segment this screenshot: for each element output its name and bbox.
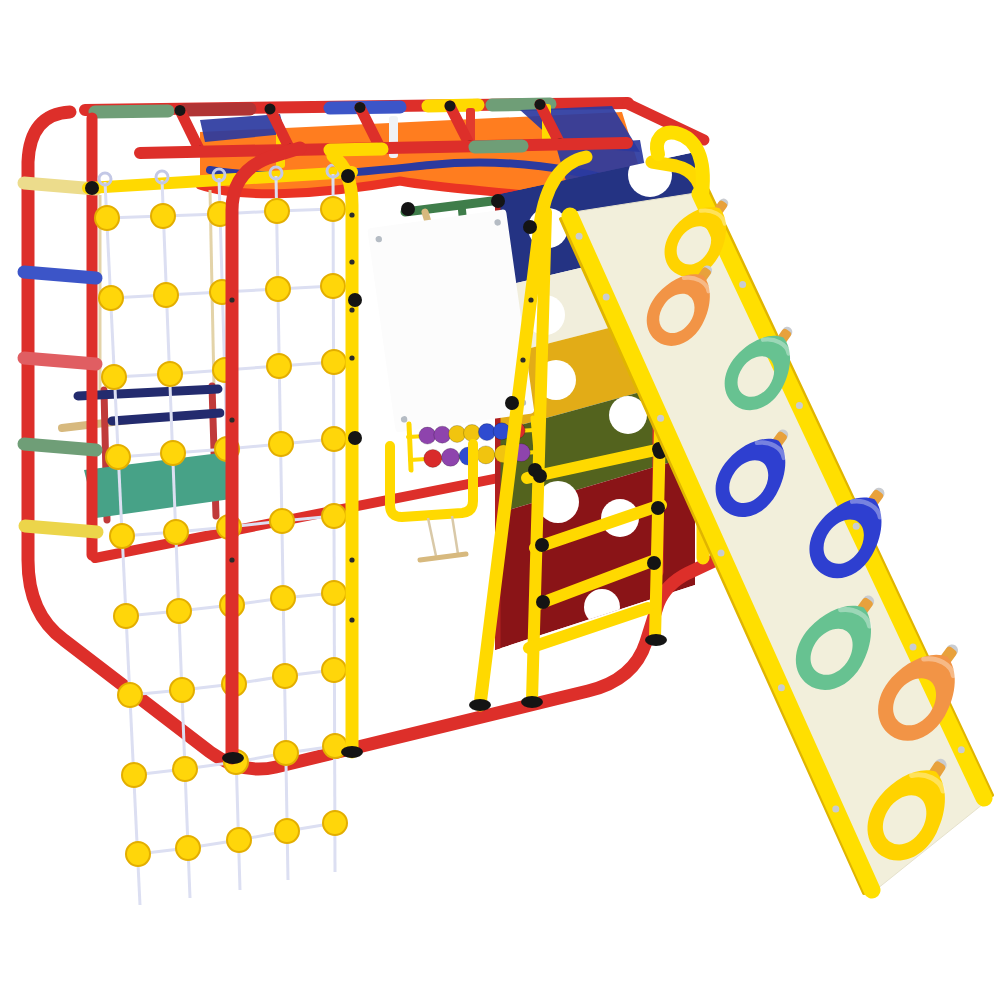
- net-bead: [322, 658, 346, 682]
- net-bead: [227, 828, 251, 852]
- ramp-screw: [958, 746, 965, 753]
- rail-sleeve: [330, 149, 382, 150]
- net-bead: [170, 678, 194, 702]
- ramp-screw: [778, 684, 785, 691]
- net-bead: [126, 842, 150, 866]
- ladder-rung: [24, 444, 96, 450]
- bolt-head: [520, 357, 525, 362]
- ramp-screw: [832, 806, 839, 813]
- foot-cap: [341, 746, 363, 758]
- ramp-screw: [657, 415, 664, 422]
- net-bead: [267, 354, 291, 378]
- net-bead: [151, 204, 175, 228]
- net-bead: [275, 819, 299, 843]
- ladder-rung: [24, 272, 96, 278]
- rail-sleeve: [185, 109, 250, 110]
- abacus-bead: [424, 449, 442, 467]
- net-bead: [154, 283, 178, 307]
- net-bead: [118, 683, 142, 707]
- foot-cap: [469, 699, 491, 711]
- net-bead: [158, 362, 182, 386]
- rail-sleeve: [475, 146, 522, 147]
- net-bead: [173, 757, 197, 781]
- bolt-head: [229, 417, 234, 422]
- bolt-head: [349, 355, 354, 360]
- bolt-head: [528, 297, 533, 302]
- ramp-screw: [739, 281, 746, 288]
- net-bead: [164, 520, 188, 544]
- abacus-frame-rod: [409, 424, 411, 470]
- foot-cap: [521, 696, 543, 708]
- bolt-head: [349, 212, 354, 217]
- clamp-knob: [647, 556, 661, 570]
- bar-clamp: [445, 100, 456, 111]
- play-gym-illustration: [0, 0, 1000, 1000]
- clamp-knob: [401, 202, 415, 216]
- clamp-knob: [533, 469, 547, 483]
- net-bead: [99, 286, 123, 310]
- foot-cap: [222, 752, 244, 764]
- abacus-bead: [442, 448, 460, 466]
- photo-stage: [0, 0, 1000, 1000]
- climbing-net: [95, 165, 347, 905]
- net-bead: [270, 509, 294, 533]
- net-bead: [322, 504, 346, 528]
- clamp-knob: [505, 396, 519, 410]
- bar-clamp: [535, 99, 546, 110]
- net-bead: [122, 763, 146, 787]
- net-bead: [322, 350, 346, 374]
- bolt-head: [349, 617, 354, 622]
- net-bead: [167, 599, 191, 623]
- ramp-screw: [910, 644, 917, 651]
- bolt-head: [229, 297, 234, 302]
- net-bead: [102, 365, 126, 389]
- net-bead: [106, 445, 130, 469]
- clamp-knob: [348, 293, 362, 307]
- ladder-rung: [25, 526, 97, 532]
- net-bead: [322, 427, 346, 451]
- net-bead: [269, 432, 293, 456]
- net-bead: [161, 441, 185, 465]
- clamp-knob: [491, 194, 505, 208]
- clamp-knob: [348, 431, 362, 445]
- clamp-knob: [523, 220, 537, 234]
- hanging-stick: [420, 554, 466, 560]
- bar-clamp: [355, 102, 366, 113]
- bolt-head: [349, 259, 354, 264]
- bolt-head: [349, 307, 354, 312]
- net-bead: [321, 197, 345, 221]
- interior-green-bar: [405, 200, 500, 212]
- net-bead: [114, 604, 138, 628]
- rail-sleeve: [95, 111, 168, 112]
- net-bead: [176, 836, 200, 860]
- ramp-screw: [853, 523, 860, 530]
- ramp-screw: [603, 293, 610, 300]
- abacus-bead: [477, 446, 495, 464]
- net-bead: [321, 274, 345, 298]
- monkey-bar: [180, 110, 200, 151]
- hanging-rope: [452, 516, 458, 554]
- bar-clamp: [265, 103, 276, 114]
- net-bead: [274, 741, 298, 765]
- swing-back-bar: [112, 413, 220, 421]
- clamp-knob: [536, 595, 550, 609]
- net-bead: [271, 586, 295, 610]
- ramp-screw: [718, 550, 725, 557]
- bolt-head: [229, 557, 234, 562]
- clamp-knob: [651, 501, 665, 515]
- clamp-knob: [341, 169, 355, 183]
- net-bead: [110, 524, 134, 548]
- net-bead: [266, 277, 290, 301]
- bolt-head: [349, 557, 354, 562]
- clamp-knob: [535, 538, 549, 552]
- hanging-rope: [428, 518, 436, 556]
- bar-clamp: [175, 105, 186, 116]
- net-bead: [265, 199, 289, 223]
- net-bead: [322, 581, 346, 605]
- foot-cap: [645, 634, 667, 646]
- ramp-screw: [796, 402, 803, 409]
- net-bead: [323, 811, 347, 835]
- ramp-screw: [576, 233, 583, 240]
- clamp-knob: [85, 181, 99, 195]
- ladder-rung: [24, 358, 96, 364]
- net-bead: [273, 664, 297, 688]
- net-bead: [95, 206, 119, 230]
